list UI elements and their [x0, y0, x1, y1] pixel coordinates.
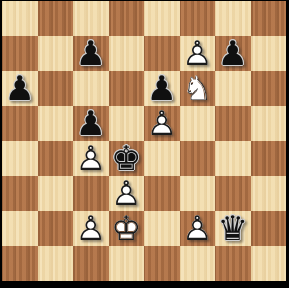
square-f3[interactable]	[180, 176, 216, 211]
square-a5[interactable]	[2, 106, 38, 141]
square-h6[interactable]	[251, 71, 287, 106]
square-h5[interactable]	[251, 106, 287, 141]
square-e3[interactable]	[144, 176, 180, 211]
square-d2[interactable]: ♚♔	[109, 211, 145, 246]
square-a6[interactable]: ♟	[2, 71, 38, 106]
square-h7[interactable]	[251, 36, 287, 71]
knight-outline-icon: ♘	[182, 70, 212, 104]
pawn-outline-icon: ♙	[182, 35, 212, 69]
pawn-outline-icon: ♙	[76, 140, 106, 174]
king-icon: ♚	[111, 140, 141, 174]
square-g3[interactable]	[215, 176, 251, 211]
square-c5[interactable]: ♟	[73, 106, 109, 141]
white-pawn-piece[interactable]: ♟♙	[73, 211, 109, 246]
square-g5[interactable]	[215, 106, 251, 141]
square-c1[interactable]	[73, 246, 109, 281]
square-d7[interactable]	[109, 36, 145, 71]
black-queen-piece[interactable]: ♛	[215, 211, 251, 246]
square-c6[interactable]	[73, 71, 109, 106]
king-outline-icon: ♔	[111, 210, 141, 244]
square-e4[interactable]	[144, 141, 180, 176]
square-e8[interactable]	[144, 1, 180, 36]
pawn-icon: ♟	[76, 35, 106, 69]
square-f8[interactable]	[180, 1, 216, 36]
square-h3[interactable]	[251, 176, 287, 211]
square-g1[interactable]	[215, 246, 251, 281]
square-b6[interactable]	[38, 71, 74, 106]
square-f4[interactable]	[180, 141, 216, 176]
square-a7[interactable]	[2, 36, 38, 71]
black-pawn-piece[interactable]: ♟	[73, 36, 109, 71]
white-pawn-piece[interactable]: ♟♙	[180, 211, 216, 246]
white-pawn-piece[interactable]: ♟♙	[144, 106, 180, 141]
white-pawn-piece[interactable]: ♟♙	[180, 36, 216, 71]
pawn-outline-icon: ♙	[111, 175, 141, 209]
square-d6[interactable]	[109, 71, 145, 106]
square-b5[interactable]	[38, 106, 74, 141]
square-d4[interactable]: ♚	[109, 141, 145, 176]
black-king-piece[interactable]: ♚	[109, 141, 145, 176]
square-f5[interactable]	[180, 106, 216, 141]
square-h1[interactable]	[251, 246, 287, 281]
square-g6[interactable]	[215, 71, 251, 106]
pawn-icon: ♟	[76, 105, 106, 139]
chess-board: ♟♟♙♟♟♟♞♘♟♟♙♟♙♚♟♙♟♙♚♔♟♙♛	[2, 1, 286, 281]
white-pawn-piece[interactable]: ♟♙	[109, 176, 145, 211]
square-a8[interactable]	[2, 1, 38, 36]
square-e5[interactable]: ♟♙	[144, 106, 180, 141]
square-a3[interactable]	[2, 176, 38, 211]
square-g8[interactable]	[215, 1, 251, 36]
square-e7[interactable]	[144, 36, 180, 71]
square-b2[interactable]	[38, 211, 74, 246]
square-c8[interactable]	[73, 1, 109, 36]
white-knight-piece[interactable]: ♞♘	[180, 71, 216, 106]
square-b1[interactable]	[38, 246, 74, 281]
queen-icon: ♛	[218, 210, 248, 244]
square-h4[interactable]	[251, 141, 287, 176]
square-f1[interactable]	[180, 246, 216, 281]
square-d3[interactable]: ♟♙	[109, 176, 145, 211]
black-pawn-piece[interactable]: ♟	[73, 106, 109, 141]
square-f2[interactable]: ♟♙	[180, 211, 216, 246]
square-h8[interactable]	[251, 1, 287, 36]
square-a4[interactable]	[2, 141, 38, 176]
square-e1[interactable]	[144, 246, 180, 281]
square-g2[interactable]: ♛	[215, 211, 251, 246]
black-pawn-piece[interactable]: ♟	[215, 36, 251, 71]
board-frame: ♟♟♙♟♟♟♞♘♟♟♙♟♙♚♟♙♟♙♚♔♟♙♛	[0, 0, 289, 288]
square-h2[interactable]	[251, 211, 287, 246]
white-pawn-piece[interactable]: ♟♙	[73, 141, 109, 176]
square-f7[interactable]: ♟♙	[180, 36, 216, 71]
pawn-icon: ♟	[218, 35, 248, 69]
square-g7[interactable]: ♟	[215, 36, 251, 71]
square-d1[interactable]	[109, 246, 145, 281]
square-a1[interactable]	[2, 246, 38, 281]
pawn-outline-icon: ♙	[147, 105, 177, 139]
square-e6[interactable]: ♟	[144, 71, 180, 106]
square-b7[interactable]	[38, 36, 74, 71]
square-a2[interactable]	[2, 211, 38, 246]
square-d5[interactable]	[109, 106, 145, 141]
square-c3[interactable]	[73, 176, 109, 211]
square-e2[interactable]	[144, 211, 180, 246]
square-b4[interactable]	[38, 141, 74, 176]
pawn-icon: ♟	[5, 70, 35, 104]
black-pawn-piece[interactable]: ♟	[2, 71, 38, 106]
black-pawn-piece[interactable]: ♟	[144, 71, 180, 106]
square-c2[interactable]: ♟♙	[73, 211, 109, 246]
square-c7[interactable]: ♟	[73, 36, 109, 71]
pawn-outline-icon: ♙	[76, 210, 106, 244]
square-c4[interactable]: ♟♙	[73, 141, 109, 176]
square-d8[interactable]	[109, 1, 145, 36]
square-b8[interactable]	[38, 1, 74, 36]
white-king-piece[interactable]: ♚♔	[109, 211, 145, 246]
pawn-outline-icon: ♙	[182, 210, 212, 244]
square-b3[interactable]	[38, 176, 74, 211]
square-g4[interactable]	[215, 141, 251, 176]
pawn-icon: ♟	[147, 70, 177, 104]
square-f6[interactable]: ♞♘	[180, 71, 216, 106]
